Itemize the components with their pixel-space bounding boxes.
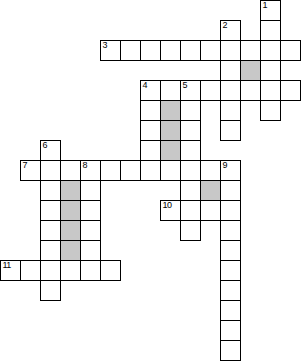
grid-cell[interactable] — [140, 160, 161, 181]
grid-cell[interactable] — [80, 260, 101, 281]
grid-cell[interactable] — [220, 200, 241, 221]
grid-cell[interactable] — [280, 40, 301, 61]
grid-cell[interactable] — [220, 220, 241, 241]
grid-cell-shaded[interactable] — [160, 100, 181, 121]
grid-cell[interactable] — [80, 200, 101, 221]
clue-number: 11 — [3, 261, 11, 270]
grid-cell[interactable] — [220, 80, 241, 101]
grid-cell[interactable] — [260, 60, 281, 81]
grid-cell[interactable] — [100, 260, 121, 281]
grid-cell[interactable] — [120, 40, 141, 61]
grid-cell[interactable] — [180, 180, 201, 201]
grid-cell[interactable] — [260, 20, 281, 41]
grid-cell-shaded[interactable] — [200, 180, 221, 201]
clue-number: 2 — [223, 21, 228, 30]
grid-cell-shaded[interactable] — [240, 60, 261, 81]
grid-cell[interactable] — [40, 280, 61, 301]
grid-cell[interactable] — [220, 60, 241, 81]
grid-cell[interactable] — [220, 340, 241, 361]
clue-number: 8 — [83, 161, 88, 170]
grid-cell-shaded[interactable] — [60, 180, 81, 201]
grid-cell[interactable] — [220, 300, 241, 321]
grid-cell[interactable]: 1 — [260, 0, 281, 21]
grid-cell[interactable] — [200, 80, 221, 101]
grid-cell[interactable] — [180, 100, 201, 121]
grid-cell[interactable] — [100, 160, 121, 181]
grid-cell[interactable]: 10 — [160, 200, 181, 221]
grid-cell[interactable] — [80, 240, 101, 261]
grid-cell[interactable]: 8 — [80, 160, 101, 181]
grid-cell[interactable] — [220, 180, 241, 201]
grid-cell[interactable] — [220, 40, 241, 61]
grid-cell[interactable] — [220, 320, 241, 341]
grid-cell[interactable] — [60, 160, 81, 181]
grid-cell-shaded[interactable] — [160, 140, 181, 161]
grid-cell[interactable] — [180, 220, 201, 241]
grid-cell[interactable] — [180, 160, 201, 181]
grid-cell[interactable] — [140, 100, 161, 121]
clue-number: 5 — [183, 81, 188, 90]
clue-number: 7 — [23, 161, 28, 170]
clue-number: 6 — [43, 141, 48, 150]
grid-cell[interactable] — [20, 260, 41, 281]
grid-cell[interactable] — [260, 40, 281, 61]
grid-cell[interactable] — [160, 160, 181, 181]
grid-cell[interactable] — [60, 260, 81, 281]
grid-cell[interactable]: 5 — [180, 80, 201, 101]
grid-cell[interactable]: 2 — [220, 20, 241, 41]
grid-cell[interactable] — [40, 160, 61, 181]
grid-cell[interactable] — [160, 80, 181, 101]
clue-number: 10 — [163, 201, 172, 210]
grid-cell[interactable] — [140, 40, 161, 61]
clue-number: 9 — [223, 161, 228, 170]
clue-number: 1 — [263, 1, 268, 10]
grid-cell[interactable] — [200, 160, 221, 181]
grid-cell[interactable] — [160, 40, 181, 61]
grid-cell[interactable] — [260, 100, 281, 121]
grid-cell[interactable] — [240, 40, 261, 61]
grid-cell-shaded[interactable] — [60, 200, 81, 221]
grid-cell[interactable] — [40, 200, 61, 221]
grid-cell[interactable]: 11 — [0, 260, 21, 281]
grid-cell[interactable] — [200, 40, 221, 61]
grid-cell[interactable] — [40, 260, 61, 281]
grid-cell[interactable] — [40, 240, 61, 261]
grid-cell-shaded[interactable] — [60, 240, 81, 261]
grid-cell[interactable] — [240, 80, 261, 101]
grid-cell[interactable] — [220, 260, 241, 281]
crossword-grid: 1234567891011 — [0, 0, 301, 361]
grid-cell[interactable] — [40, 180, 61, 201]
grid-cell[interactable] — [140, 120, 161, 141]
grid-cell[interactable] — [180, 140, 201, 161]
grid-cell[interactable] — [220, 100, 241, 121]
grid-cell[interactable] — [220, 240, 241, 261]
grid-cell[interactable]: 4 — [140, 80, 161, 101]
grid-cell[interactable] — [180, 40, 201, 61]
clue-number: 3 — [103, 41, 108, 50]
grid-cell[interactable] — [140, 140, 161, 161]
grid-cell[interactable] — [220, 120, 241, 141]
grid-cell[interactable]: 7 — [20, 160, 41, 181]
grid-cell-shaded[interactable] — [60, 220, 81, 241]
grid-cell[interactable] — [200, 200, 221, 221]
grid-cell[interactable]: 3 — [100, 40, 121, 61]
grid-cell[interactable]: 6 — [40, 140, 61, 161]
grid-cell[interactable] — [80, 220, 101, 241]
grid-cell-shaded[interactable] — [160, 120, 181, 141]
grid-cell[interactable] — [280, 80, 301, 101]
grid-cell[interactable] — [80, 180, 101, 201]
grid-cell[interactable]: 9 — [220, 160, 241, 181]
grid-cell[interactable] — [120, 160, 141, 181]
clue-number: 4 — [143, 81, 148, 90]
grid-cell[interactable] — [180, 200, 201, 221]
grid-cell[interactable] — [260, 80, 281, 101]
grid-cell[interactable] — [180, 120, 201, 141]
grid-cell[interactable] — [220, 280, 241, 301]
grid-cell[interactable] — [40, 220, 61, 241]
